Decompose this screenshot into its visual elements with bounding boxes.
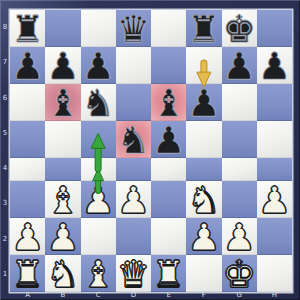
piece-white-knight-f3[interactable]: ♞	[187, 182, 220, 219]
square-g6[interactable]	[222, 84, 257, 121]
square-c2[interactable]	[81, 218, 116, 255]
square-h8[interactable]	[257, 10, 292, 47]
rank-label-5: 5	[0, 129, 10, 138]
square-c1[interactable]: ♝	[81, 255, 116, 292]
square-e1[interactable]: ♜	[151, 255, 186, 292]
piece-black-pawn-a7[interactable]: ♟	[11, 48, 44, 85]
square-a7[interactable]: ♟	[10, 47, 45, 84]
square-h6[interactable]	[257, 84, 292, 121]
chess-board: ♜♛♜♚♟♟♟♟♟♝♞♝♟♞♟♝♟♟♞♟♟♟♟♟♜♞♝♛♜♚	[10, 10, 292, 292]
square-a2[interactable]: ♟	[10, 218, 45, 255]
square-e7[interactable]	[151, 47, 186, 84]
square-a3[interactable]	[10, 181, 45, 218]
square-d7[interactable]	[116, 47, 151, 84]
square-f1[interactable]	[186, 255, 221, 292]
square-c7[interactable]: ♟	[81, 47, 116, 84]
piece-white-pawn-h3[interactable]: ♟	[258, 182, 291, 219]
piece-white-pawn-c3[interactable]: ♟	[82, 182, 115, 219]
square-h1[interactable]	[257, 255, 292, 292]
piece-black-king-g8[interactable]: ♚	[223, 11, 256, 48]
piece-white-pawn-a2[interactable]: ♟	[11, 219, 44, 256]
square-c8[interactable]	[81, 10, 116, 47]
piece-white-pawn-d3[interactable]: ♟	[117, 182, 150, 219]
square-g5[interactable]	[222, 121, 257, 158]
square-a1[interactable]: ♜	[10, 255, 45, 292]
piece-black-pawn-e5[interactable]: ♟	[152, 122, 185, 159]
square-e4[interactable]	[151, 158, 186, 181]
piece-black-bishop-e6[interactable]: ♝	[152, 85, 185, 122]
square-h7[interactable]: ♟	[257, 47, 292, 84]
square-f6[interactable]: ♟	[186, 84, 221, 121]
piece-white-rook-e1[interactable]: ♜	[152, 256, 185, 293]
square-f7[interactable]	[186, 47, 221, 84]
square-g2[interactable]: ♟	[222, 218, 257, 255]
square-f8[interactable]: ♜	[186, 10, 221, 47]
piece-white-bishop-b3[interactable]: ♝	[46, 182, 79, 219]
piece-black-pawn-c7[interactable]: ♟	[82, 48, 115, 85]
square-b1[interactable]: ♞	[45, 255, 80, 292]
piece-black-bishop-b6[interactable]: ♝	[46, 85, 79, 122]
square-b2[interactable]: ♟	[45, 218, 80, 255]
piece-black-pawn-g7[interactable]: ♟	[223, 48, 256, 85]
square-a4[interactable]	[10, 158, 45, 181]
rank-label-6: 6	[0, 94, 10, 103]
piece-black-rook-f8[interactable]: ♜	[187, 11, 220, 48]
square-a5[interactable]	[10, 121, 45, 158]
square-f3[interactable]: ♞	[186, 181, 221, 218]
square-h3[interactable]: ♟	[257, 181, 292, 218]
square-d8[interactable]: ♛	[116, 10, 151, 47]
piece-black-rook-a8[interactable]: ♜	[11, 11, 44, 48]
chess-board-frame: ♜♛♜♚♟♟♟♟♟♝♞♝♟♞♟♝♟♟♞♟♟♟♟♟♜♞♝♛♜♚ 87654321A…	[0, 0, 300, 300]
square-g3[interactable]	[222, 181, 257, 218]
piece-black-queen-d8[interactable]: ♛	[117, 11, 150, 48]
square-b7[interactable]: ♟	[45, 47, 80, 84]
square-h5[interactable]	[257, 121, 292, 158]
rank-label-2: 2	[0, 235, 10, 244]
square-b3[interactable]: ♝	[45, 181, 80, 218]
square-c3[interactable]: ♟	[81, 181, 116, 218]
file-label-F: F	[199, 291, 209, 300]
piece-black-pawn-b7[interactable]: ♟	[46, 48, 79, 85]
piece-white-rook-a1[interactable]: ♜	[11, 256, 44, 293]
square-d2[interactable]	[116, 218, 151, 255]
square-g4[interactable]	[222, 158, 257, 181]
piece-white-bishop-c1[interactable]: ♝	[82, 256, 115, 293]
piece-white-pawn-g2[interactable]: ♟	[223, 219, 256, 256]
piece-white-king-g1[interactable]: ♚	[223, 256, 256, 293]
square-d6[interactable]	[116, 84, 151, 121]
square-e2[interactable]	[151, 218, 186, 255]
square-f5[interactable]	[186, 121, 221, 158]
piece-white-pawn-b2[interactable]: ♟	[46, 219, 79, 256]
square-f2[interactable]: ♟	[186, 218, 221, 255]
square-a6[interactable]	[10, 84, 45, 121]
square-a8[interactable]: ♜	[10, 10, 45, 47]
square-e6[interactable]: ♝	[151, 84, 186, 121]
piece-black-knight-c6[interactable]: ♞	[82, 85, 115, 122]
file-label-H: H	[269, 291, 279, 300]
square-b8[interactable]	[45, 10, 80, 47]
square-d5[interactable]: ♞	[116, 121, 151, 158]
square-e8[interactable]	[151, 10, 186, 47]
piece-black-pawn-f6[interactable]: ♟	[187, 85, 220, 122]
piece-white-queen-d1[interactable]: ♛	[117, 256, 150, 293]
square-c6[interactable]: ♞	[81, 84, 116, 121]
square-e3[interactable]	[151, 181, 186, 218]
rank-label-4: 4	[0, 164, 10, 173]
square-d1[interactable]: ♛	[116, 255, 151, 292]
piece-black-pawn-h7[interactable]: ♟	[258, 48, 291, 85]
piece-white-pawn-f2[interactable]: ♟	[187, 219, 220, 256]
piece-black-knight-d5[interactable]: ♞	[117, 122, 150, 159]
square-g7[interactable]: ♟	[222, 47, 257, 84]
square-g1[interactable]: ♚	[222, 255, 257, 292]
square-g8[interactable]: ♚	[222, 10, 257, 47]
rank-label-3: 3	[0, 199, 10, 208]
rank-label-8: 8	[0, 23, 10, 32]
rank-label-1: 1	[0, 270, 10, 279]
rank-label-7: 7	[0, 58, 10, 67]
square-c5[interactable]	[81, 121, 116, 158]
piece-white-knight-b1[interactable]: ♞	[46, 256, 79, 293]
square-b6[interactable]: ♝	[45, 84, 80, 121]
square-b5[interactable]	[45, 121, 80, 158]
square-e5[interactable]: ♟	[151, 121, 186, 158]
square-d3[interactable]: ♟	[116, 181, 151, 218]
square-h2[interactable]	[257, 218, 292, 255]
